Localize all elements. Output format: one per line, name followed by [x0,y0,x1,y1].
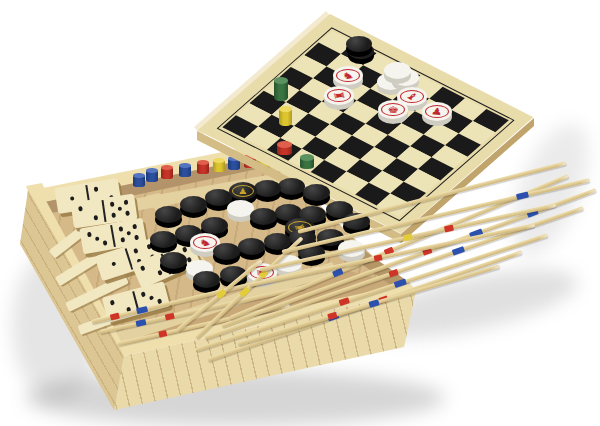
pile-checker-black [278,178,305,200]
domino-pip [103,240,108,245]
domino-pip [117,206,122,211]
pawn-cap [300,154,314,160]
board-checker-black [346,36,372,57]
pile-checker-black [193,271,220,293]
board-checker-white [384,62,411,84]
domino-pip [149,295,154,300]
domino-pip [118,226,123,231]
chess-disc-rook: ♜ [324,86,354,110]
domino-pip [93,187,98,192]
stick-tip [512,250,522,256]
disc-top [193,271,220,288]
disc-top [264,233,291,250]
chess-symbol: ♟ [421,103,453,120]
pile-checker-black [254,180,281,202]
tray-pawn-blue [146,168,158,182]
pawn-cap [274,77,288,83]
board-pawn-green [274,77,288,101]
chess-symbol: ♚ [378,103,408,117]
disc-top [384,62,411,79]
pile-checker-black [250,208,277,230]
domino-pip [111,213,116,218]
domino-pip [132,224,137,229]
domino-pip [111,261,117,267]
domino-divider [102,200,107,222]
wooden-game-set-photo: ♞♝♟♜♚ ♟♜♞♜ [0,0,600,426]
domino-pip [140,292,145,297]
domino-pip [120,237,125,242]
domino-pip [134,235,139,240]
domino-pip [125,211,130,216]
domino-pip [94,215,99,220]
stick-band-blue [452,246,465,255]
stick-tip [490,264,500,270]
pile-checker-black [238,238,265,260]
disc-top [346,36,372,52]
tray-pawn-red [197,160,209,174]
board-pawn-green [300,154,314,169]
tray-pawn-blue [179,163,191,177]
disc-top [160,252,187,269]
disc-top [278,178,305,195]
domino-pip [109,300,114,305]
domino-pip [126,231,131,236]
pile-checker-black [180,196,207,218]
domino-pip [133,248,139,254]
domino-pip [70,196,75,201]
disc-top [250,208,277,225]
disc-top [150,231,177,248]
pile-checker-black [160,252,187,274]
disc-top [303,184,330,201]
domino-pip [124,200,129,205]
chess-disc-king: ♚ [378,100,408,124]
disc-top [201,217,228,234]
disc-top [238,238,265,255]
domino-divider [110,225,115,247]
pile-checker-black [213,243,240,265]
disc-top [180,196,207,213]
stick-tip [580,178,590,183]
stick-band-red [374,254,383,261]
pile-checker-black [150,231,177,253]
tray-pawn-yellow [213,158,225,172]
disc-top [213,243,240,260]
domino-pip [87,232,92,237]
domino-pip [109,202,114,207]
board-pawn-red [277,141,292,155]
stick-tip [586,188,596,194]
tray-pawn-blue [133,173,145,187]
disc-top [155,206,182,223]
domino-pip [78,206,83,211]
chess-symbol: ♟ [229,185,257,198]
chess-disc-pawn: ♟ [422,102,452,126]
disc-top [254,180,281,197]
stick-band-red [444,225,454,232]
tray-pawn-red [161,165,173,179]
domino-pip [95,236,100,241]
board-pawn-yellow [279,106,292,126]
domino-pip [140,265,146,271]
